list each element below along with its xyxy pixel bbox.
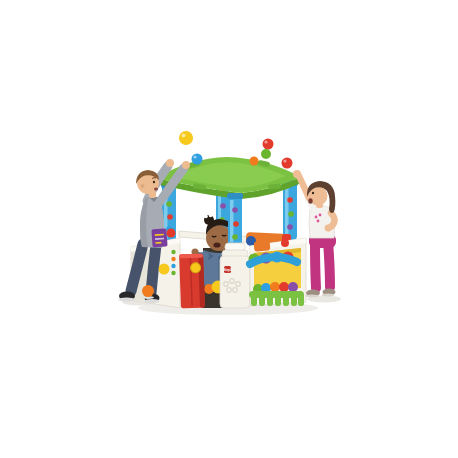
wonderball-sign (151, 228, 167, 247)
leg (151, 245, 156, 293)
shirt-graphic (315, 216, 318, 219)
ball (288, 282, 298, 292)
ear (141, 184, 145, 188)
ball (288, 211, 294, 217)
hand (325, 225, 332, 232)
ball (279, 282, 289, 292)
ball (167, 214, 173, 220)
ball (232, 207, 238, 213)
orange-chute (254, 240, 271, 251)
ball (179, 131, 193, 145)
ball (159, 264, 170, 275)
hand (293, 170, 301, 178)
ball (287, 224, 293, 230)
ball-wall (249, 238, 307, 306)
ball (270, 282, 280, 292)
door-top-highlight (179, 254, 203, 259)
ball (263, 139, 274, 150)
red-knob (281, 239, 289, 247)
product-image[interactable]: Step2 (0, 0, 458, 458)
step2-logo-text: Step2 (223, 268, 232, 272)
ball (250, 157, 259, 166)
sneaker-sole (145, 299, 160, 303)
hand (182, 161, 190, 169)
mouth (308, 198, 312, 204)
ball (287, 197, 293, 203)
eye (153, 181, 155, 183)
mouth (154, 188, 158, 191)
front-door (179, 254, 205, 309)
ball-highlight (264, 140, 267, 143)
sneaker-sole (119, 298, 135, 302)
hair-bow (204, 215, 208, 219)
ball (192, 154, 203, 165)
ball-highlight (182, 134, 186, 138)
eye (312, 192, 314, 194)
ball (282, 158, 293, 169)
column-highlight (285, 187, 289, 237)
mouth (213, 242, 220, 247)
shirt-graphic (319, 214, 322, 217)
hair-bow (209, 214, 213, 218)
door-knob-ball (190, 263, 200, 273)
column-cap (227, 193, 243, 199)
ball (233, 221, 239, 227)
ball-highlight (283, 159, 286, 162)
shoe-sole (305, 295, 319, 298)
shoe-sole (322, 294, 335, 297)
ball (220, 203, 226, 209)
ball (232, 234, 238, 240)
column-front (227, 193, 243, 246)
ball (261, 149, 271, 159)
playhouse-scene: Step2 (0, 0, 458, 458)
corner-tower: Step2 (220, 243, 250, 308)
hand (166, 159, 174, 167)
ball (142, 285, 154, 297)
leg (315, 241, 316, 288)
shirt-graphic (317, 220, 320, 223)
ball (167, 229, 176, 238)
ball (166, 201, 172, 207)
ball-highlight (193, 155, 196, 158)
